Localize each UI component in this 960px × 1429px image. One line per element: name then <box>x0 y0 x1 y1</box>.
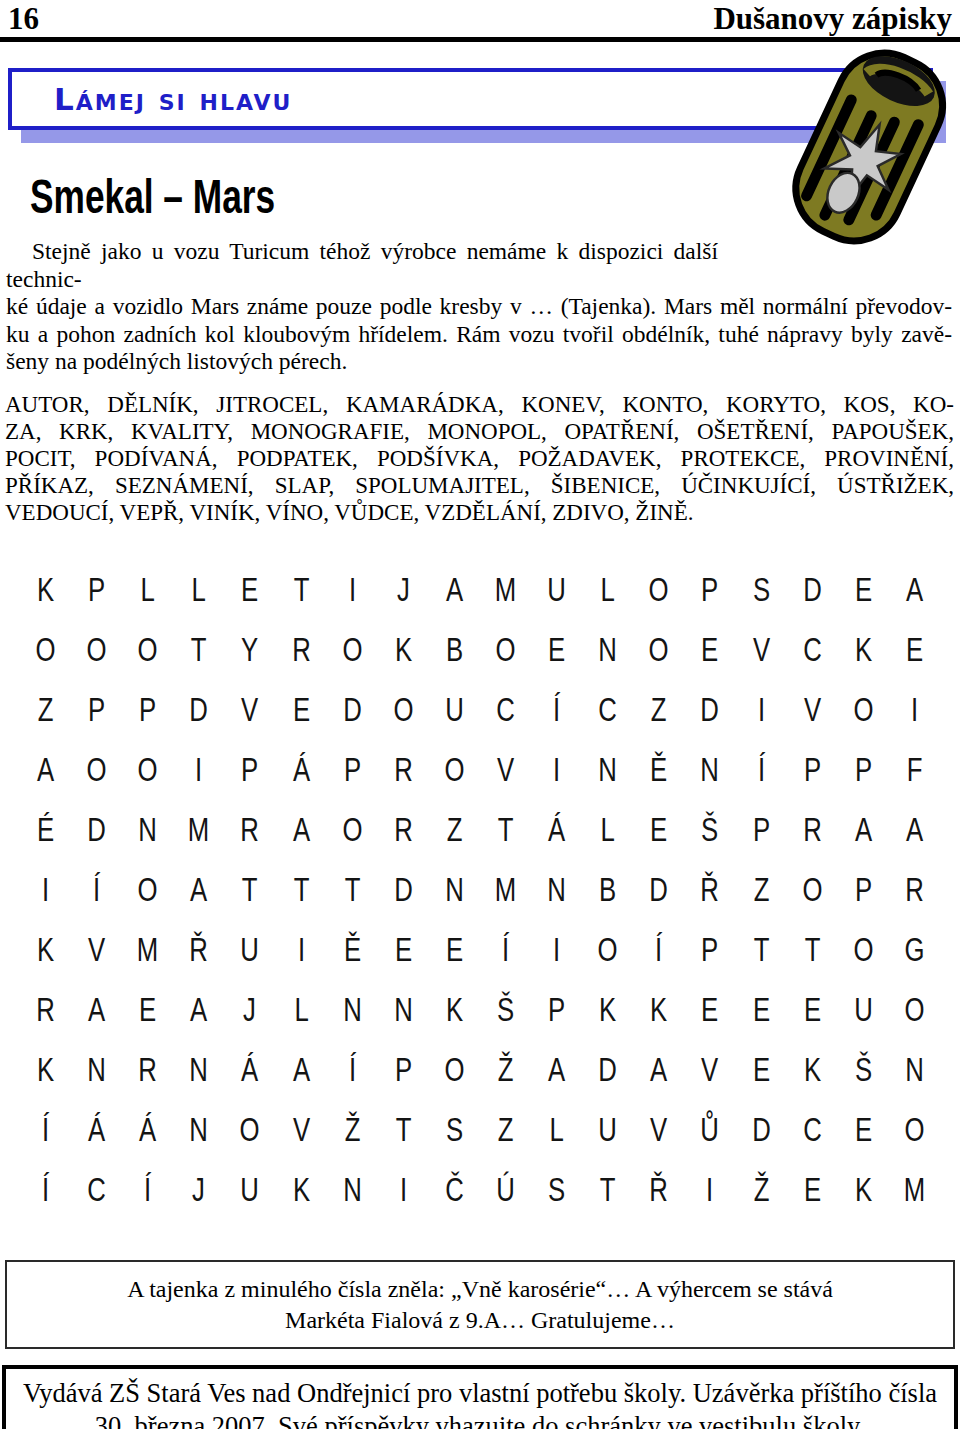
grid-cell: O <box>792 860 832 920</box>
grid-cell: E <box>690 620 730 680</box>
grid-cell: E <box>128 980 168 1040</box>
grid-cell: S <box>537 1160 577 1220</box>
grid-cell: A <box>281 800 321 860</box>
grid-cell: Ú <box>486 1160 526 1220</box>
grid-cell: G <box>894 920 934 980</box>
grid-cell: E <box>894 620 934 680</box>
grid-cell: Í <box>537 680 577 740</box>
grid-cell: Í <box>77 860 117 920</box>
grid-cell: E <box>792 980 832 1040</box>
grid-cell: O <box>843 920 883 980</box>
grid-cell: A <box>894 560 934 620</box>
grid-cell: A <box>894 800 934 860</box>
grid-cell: Ř <box>690 860 730 920</box>
grid-cell: U <box>230 920 270 980</box>
grid-cell: O <box>332 800 372 860</box>
grid-cell: E <box>281 680 321 740</box>
grid-cell: E <box>383 920 423 980</box>
grid-cell: V <box>690 1040 730 1100</box>
grid-cell: Z <box>741 860 781 920</box>
grid-cell: P <box>77 560 117 620</box>
grid-cell: R <box>792 800 832 860</box>
grid-cell: I <box>26 860 66 920</box>
grid-cell: K <box>26 1040 66 1100</box>
grid-cell: R <box>894 860 934 920</box>
grid-cell: C <box>588 680 628 740</box>
grid-cell: N <box>383 980 423 1040</box>
grid-cell: L <box>128 560 168 620</box>
grid-cell: U <box>537 560 577 620</box>
grid-cell: Ě <box>639 740 679 800</box>
grid-cell: Á <box>77 1100 117 1160</box>
grid-cell: U <box>434 680 474 740</box>
grid-cell: C <box>792 620 832 680</box>
grid-cell: K <box>792 1040 832 1100</box>
grid-cell: Z <box>639 680 679 740</box>
grid-cell: N <box>588 620 628 680</box>
grid-cell: V <box>741 620 781 680</box>
grid-cell: N <box>690 740 730 800</box>
answer-note-box: A tajenka z minulého čísla zněla: „Vně k… <box>5 1260 955 1349</box>
word-list: AUTOR, DĚLNÍK, JITROCEL, KAMARÁDKA, KONE… <box>5 391 954 526</box>
grid-cell: I <box>741 680 781 740</box>
grid-cell: C <box>77 1160 117 1220</box>
grid-cell: A <box>639 1040 679 1100</box>
grid-cell: R <box>383 800 423 860</box>
grid-cell: O <box>128 740 168 800</box>
word-list-line: ZA, KRK, KVALITY, MONOGRAFIE, MONOPOL, O… <box>5 418 954 445</box>
grid-cell: K <box>383 620 423 680</box>
grid-cell: K <box>843 1160 883 1220</box>
grid-cell: O <box>434 1040 474 1100</box>
grid-cell: Á <box>537 800 577 860</box>
grid-cell: O <box>894 1100 934 1160</box>
grid-cell: U <box>230 1160 270 1220</box>
grid-cell: O <box>26 620 66 680</box>
grid-cell: D <box>77 800 117 860</box>
grid-cell: A <box>281 1040 321 1100</box>
grid-cell: Ž <box>486 1040 526 1100</box>
grid-cell: O <box>128 860 168 920</box>
page-number: 16 <box>8 2 39 36</box>
grid-cell: J <box>230 980 270 1040</box>
grid-cell: N <box>588 740 628 800</box>
grid-cell: K <box>843 620 883 680</box>
grid-cell: K <box>639 980 679 1040</box>
grid-cell: P <box>690 560 730 620</box>
grid-cell: M <box>486 560 526 620</box>
grid-cell: N <box>77 1040 117 1100</box>
grid-cell: O <box>434 740 474 800</box>
grid-cell: Ů <box>690 1100 730 1160</box>
grid-cell: Z <box>486 1100 526 1160</box>
grid-cell: Á <box>281 740 321 800</box>
grid-cell: T <box>230 860 270 920</box>
grid-cell: D <box>588 1040 628 1100</box>
grid-cell: J <box>383 560 423 620</box>
grid-cell: B <box>588 860 628 920</box>
grid-cell: T <box>792 920 832 980</box>
grid-cell: Í <box>486 920 526 980</box>
word-list-line: VEDOUCÍ, VEPŘ, VINÍK, VÍNO, VŮDCE, VZDĚL… <box>5 499 954 526</box>
grid-cell: A <box>434 560 474 620</box>
grid-cell: D <box>639 860 679 920</box>
grid-cell: E <box>434 920 474 980</box>
article-body-line: šeny na podélných listových pérech. <box>6 348 952 376</box>
imprint-line: Vydává ZŠ Stará Ves nad Ondřejnicí pro v… <box>16 1377 944 1411</box>
grid-cell: I <box>281 920 321 980</box>
grid-cell: M <box>128 920 168 980</box>
answer-note-line: A tajenka z minulého čísla zněla: „Vně k… <box>37 1274 923 1305</box>
grid-cell: O <box>486 620 526 680</box>
grid-cell: K <box>434 980 474 1040</box>
grid-cell: P <box>332 740 372 800</box>
article-body: Stejně jako u vozu Turicum téhož výrobce… <box>6 238 952 376</box>
grid-cell: Z <box>26 680 66 740</box>
grid-cell: D <box>383 860 423 920</box>
grid-cell: I <box>179 740 219 800</box>
page-header: 16 Dušanovy zápisky <box>0 0 960 42</box>
grid-cell: A <box>77 980 117 1040</box>
grid-cell: K <box>26 920 66 980</box>
answer-note-line: Markéta Fialová z 9.A… Gratulujeme… <box>37 1305 923 1336</box>
grid-cell: E <box>792 1160 832 1220</box>
grid-cell: I <box>537 740 577 800</box>
grid-cell: T <box>332 860 372 920</box>
imprint-box: Vydává ZŠ Stará Ves nad Ondřejnicí pro v… <box>2 1365 958 1429</box>
grid-cell: F <box>894 740 934 800</box>
grid-cell: V <box>486 740 526 800</box>
word-search-grid: KPLLETIJAMULOPSDEAOOOTYROKBOENOEVCKEZPPD… <box>0 560 960 1220</box>
grid-cell: Ž <box>741 1160 781 1220</box>
word-list-line: POCIT, PODÍVANÁ, PODPATEK, PODŠÍVKA, POŽ… <box>5 445 954 472</box>
grid-cell: R <box>230 800 270 860</box>
grid-cell: L <box>281 980 321 1040</box>
grid-cell: E <box>843 560 883 620</box>
grid-cell: N <box>332 980 372 1040</box>
grid-cell: O <box>128 620 168 680</box>
grid-cell: P <box>690 920 730 980</box>
grid-cell: M <box>894 1160 934 1220</box>
grid-cell: V <box>792 680 832 740</box>
grid-cell: É <box>26 800 66 860</box>
grid-cell: R <box>26 980 66 1040</box>
grid-cell: Á <box>128 1100 168 1160</box>
grid-cell: E <box>537 620 577 680</box>
grid-cell: R <box>383 740 423 800</box>
grid-cell: Z <box>434 800 474 860</box>
grid-cell: Í <box>26 1100 66 1160</box>
grid-cell: Í <box>128 1160 168 1220</box>
grid-cell: K <box>588 980 628 1040</box>
grid-cell: A <box>537 1040 577 1100</box>
grid-cell: O <box>77 740 117 800</box>
grid-cell: Ř <box>639 1160 679 1220</box>
grid-cell: N <box>434 860 474 920</box>
rubric-title: Lámej si hlavu <box>54 81 292 117</box>
grid-cell: P <box>741 800 781 860</box>
grid-cell: Ř <box>179 920 219 980</box>
grid-cell: V <box>639 1100 679 1160</box>
grid-cell: J <box>179 1160 219 1220</box>
grid-cell: A <box>179 860 219 920</box>
grid-cell: L <box>537 1100 577 1160</box>
grid-cell: N <box>537 860 577 920</box>
grid-cell: C <box>486 680 526 740</box>
grid-cell: E <box>843 1100 883 1160</box>
article-body-line: ku a pohon zadních kol kloubovým hřídele… <box>6 321 952 349</box>
grid-cell: N <box>179 1040 219 1100</box>
grid-cell: V <box>77 920 117 980</box>
grid-cell: T <box>741 920 781 980</box>
grid-cell: Í <box>741 740 781 800</box>
grid-cell: I <box>690 1160 730 1220</box>
grid-cell: L <box>179 560 219 620</box>
grid-cell: U <box>843 980 883 1040</box>
grid-cell: E <box>741 1040 781 1100</box>
grid-cell: O <box>843 680 883 740</box>
grid-cell: L <box>588 560 628 620</box>
grid-cell: O <box>332 620 372 680</box>
grid-cell: Á <box>230 1040 270 1100</box>
word-list-line: AUTOR, DĚLNÍK, JITROCEL, KAMARÁDKA, KONE… <box>5 391 954 418</box>
grid-cell: V <box>230 680 270 740</box>
grid-cell: N <box>894 1040 934 1100</box>
grid-cell: E <box>741 980 781 1040</box>
grid-cell: I <box>383 1160 423 1220</box>
grid-cell: O <box>230 1100 270 1160</box>
grid-cell: E <box>639 800 679 860</box>
grid-cell: Ě <box>332 920 372 980</box>
article-body-line: Stejně jako u vozu Turicum téhož výrobce… <box>6 238 718 293</box>
grid-cell: R <box>128 1040 168 1100</box>
grid-cell: P <box>537 980 577 1040</box>
grid-cell: K <box>281 1160 321 1220</box>
grid-cell: T <box>281 560 321 620</box>
grid-cell: S <box>434 1100 474 1160</box>
grid-cell: I <box>894 680 934 740</box>
grid-cell: Í <box>26 1160 66 1220</box>
grid-cell: I <box>537 920 577 980</box>
imprint-line: 30. března 2007. Své příspěvky vhazujte … <box>16 1410 944 1429</box>
grid-cell: P <box>843 740 883 800</box>
grid-cell: Š <box>843 1040 883 1100</box>
grid-cell: Y <box>230 620 270 680</box>
grid-cell: Í <box>332 1040 372 1100</box>
grid-cell: T <box>179 620 219 680</box>
grid-cell: K <box>26 560 66 620</box>
grid-cell: E <box>690 980 730 1040</box>
grid-cell: V <box>281 1100 321 1160</box>
grid-cell: D <box>179 680 219 740</box>
grid-cell: I <box>332 560 372 620</box>
grid-cell: S <box>741 560 781 620</box>
grid-cell: O <box>588 920 628 980</box>
grid-cell: P <box>383 1040 423 1100</box>
grid-cell: O <box>383 680 423 740</box>
rolling-cage-clipart-icon <box>776 48 954 246</box>
grid-cell: C <box>792 1100 832 1160</box>
grid-cell: E <box>230 560 270 620</box>
grid-cell: A <box>843 800 883 860</box>
grid-cell: T <box>486 800 526 860</box>
grid-cell: D <box>741 1100 781 1160</box>
grid-cell: O <box>639 560 679 620</box>
article-title: Smekal – Mars <box>30 170 700 222</box>
grid-cell: Í <box>639 920 679 980</box>
grid-cell: P <box>843 860 883 920</box>
grid-cell: Š <box>486 980 526 1040</box>
grid-cell: T <box>383 1100 423 1160</box>
grid-cell: L <box>588 800 628 860</box>
grid-cell: D <box>792 560 832 620</box>
grid-cell: P <box>792 740 832 800</box>
grid-cell: O <box>639 620 679 680</box>
grid-cell: Ž <box>332 1100 372 1160</box>
article-body-line: ké údaje a vozidlo Mars známe pouze podl… <box>6 293 952 321</box>
grid-cell: O <box>894 980 934 1040</box>
grid-cell: T <box>588 1160 628 1220</box>
grid-cell: P <box>77 680 117 740</box>
grid-cell: N <box>332 1160 372 1220</box>
grid-cell: D <box>690 680 730 740</box>
journal-title: Dušanovy zápisky <box>713 2 952 36</box>
grid-cell: P <box>230 740 270 800</box>
grid-cell: M <box>179 800 219 860</box>
grid-cell: R <box>281 620 321 680</box>
grid-cell: Š <box>690 800 730 860</box>
grid-cell: P <box>128 680 168 740</box>
grid-cell: U <box>588 1100 628 1160</box>
grid-cell: N <box>179 1100 219 1160</box>
grid-cell: D <box>332 680 372 740</box>
word-list-line: PŘÍKAZ, SEZNÁMENÍ, SLAP, SPOLUMAJITEL, Š… <box>5 472 954 499</box>
grid-cell: A <box>179 980 219 1040</box>
grid-cell: B <box>434 620 474 680</box>
grid-cell: O <box>77 620 117 680</box>
grid-cell: T <box>281 860 321 920</box>
grid-cell: Č <box>434 1160 474 1220</box>
grid-cell: M <box>486 860 526 920</box>
grid-cell: A <box>26 740 66 800</box>
grid-cell: N <box>128 800 168 860</box>
